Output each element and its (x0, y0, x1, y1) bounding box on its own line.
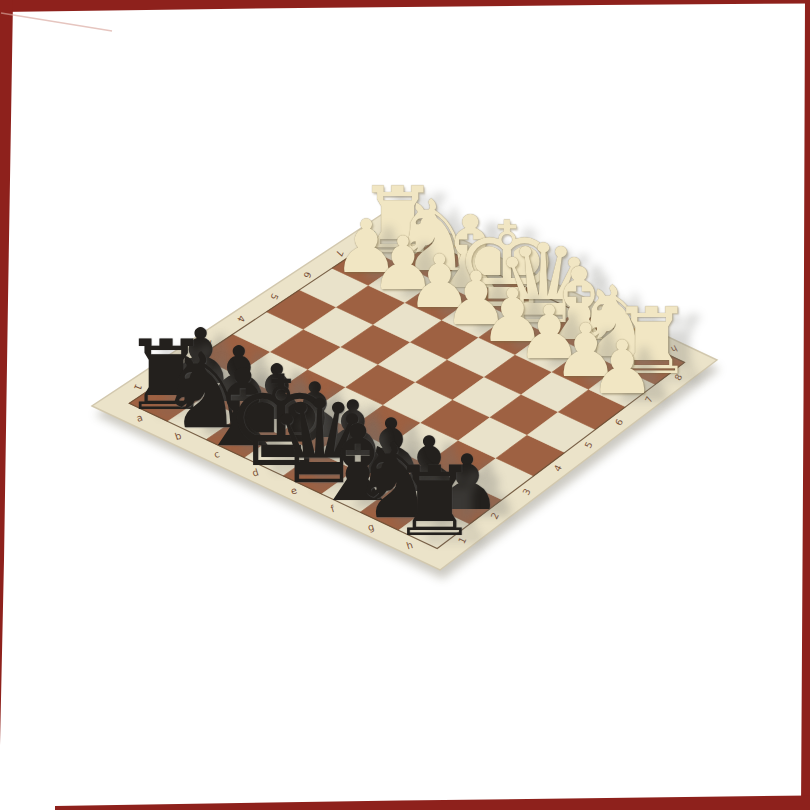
chess-set-product-photo: a1a1b2b2c3c3d4d4e5e5f6f6g7g7h8h8 ♜♞♝♚♛♝♞… (0, 0, 810, 810)
board-squares (129, 226, 685, 549)
board-mat: a1a1b2b2c3c3d4d4e5e5f6f6g7g7h8h8 (0, 0, 810, 810)
